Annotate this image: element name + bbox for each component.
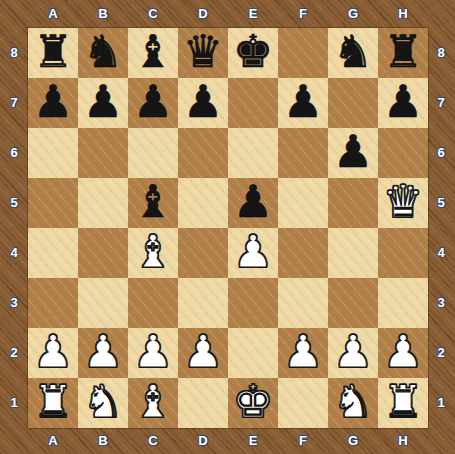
square-a5[interactable] (28, 178, 78, 228)
file-label-g-bottom: G (328, 430, 378, 452)
square-h1[interactable]: ♜ (378, 378, 428, 428)
piece-white-rook: ♜ (383, 379, 423, 424)
square-f1[interactable] (278, 378, 328, 428)
square-a1[interactable]: ♜ (28, 378, 78, 428)
square-d1[interactable] (178, 378, 228, 428)
piece-black-pawn: ♟ (33, 79, 73, 124)
square-b8[interactable]: ♞ (78, 28, 128, 78)
piece-black-pawn: ♟ (133, 79, 173, 124)
rank-label-4-left: 4 (0, 228, 28, 278)
piece-black-king: ♚ (233, 29, 273, 74)
file-label-a-bottom: A (28, 430, 78, 452)
square-h4[interactable] (378, 228, 428, 278)
square-f8[interactable] (278, 28, 328, 78)
rank-label-8-right: 8 (427, 28, 455, 78)
square-d7[interactable]: ♟ (178, 78, 228, 128)
piece-black-rook: ♜ (33, 29, 73, 74)
file-label-b-top: B (78, 3, 128, 25)
square-e4[interactable]: ♟ (228, 228, 278, 278)
square-c2[interactable]: ♟ (128, 328, 178, 378)
square-g5[interactable] (328, 178, 378, 228)
rank-label-2-right: 2 (427, 328, 455, 378)
piece-white-queen: ♛ (383, 179, 423, 224)
rank-label-3-left: 3 (0, 278, 28, 328)
piece-white-pawn: ♟ (233, 229, 273, 274)
board-frame: ♜♞♝♛♚♞♜♟♟♟♟♟♟♟♝♟♛♝♟♟♟♟♟♟♟♟♜♞♝♚♞♜ AABBCCD… (0, 0, 455, 454)
rank-label-7-left: 7 (0, 78, 28, 128)
square-a6[interactable] (28, 128, 78, 178)
square-e5[interactable]: ♟ (228, 178, 278, 228)
piece-white-knight: ♞ (83, 379, 123, 424)
file-label-d-top: D (178, 3, 228, 25)
piece-black-bishop: ♝ (133, 179, 173, 224)
square-d5[interactable] (178, 178, 228, 228)
square-e6[interactable] (228, 128, 278, 178)
piece-white-bishop: ♝ (133, 229, 173, 274)
square-d6[interactable] (178, 128, 228, 178)
square-h8[interactable]: ♜ (378, 28, 428, 78)
square-h5[interactable]: ♛ (378, 178, 428, 228)
square-c3[interactable] (128, 278, 178, 328)
square-g6[interactable]: ♟ (328, 128, 378, 178)
piece-white-pawn: ♟ (383, 329, 423, 374)
piece-black-pawn: ♟ (233, 179, 273, 224)
rank-label-1-right: 1 (427, 378, 455, 428)
piece-white-pawn: ♟ (283, 329, 323, 374)
piece-black-pawn: ♟ (83, 79, 123, 124)
square-e1[interactable]: ♚ (228, 378, 278, 428)
piece-white-pawn: ♟ (183, 329, 223, 374)
square-h7[interactable]: ♟ (378, 78, 428, 128)
square-a8[interactable]: ♜ (28, 28, 78, 78)
rank-label-6-left: 6 (0, 128, 28, 178)
square-b1[interactable]: ♞ (78, 378, 128, 428)
piece-black-bishop: ♝ (133, 29, 173, 74)
square-a4[interactable] (28, 228, 78, 278)
file-label-h-bottom: H (378, 430, 428, 452)
piece-black-queen: ♛ (183, 29, 223, 74)
square-g1[interactable]: ♞ (328, 378, 378, 428)
piece-black-pawn: ♟ (283, 79, 323, 124)
square-e2[interactable] (228, 328, 278, 378)
piece-black-knight: ♞ (333, 29, 373, 74)
square-b7[interactable]: ♟ (78, 78, 128, 128)
chess-board: ♜♞♝♛♚♞♜♟♟♟♟♟♟♟♝♟♛♝♟♟♟♟♟♟♟♟♜♞♝♚♞♜ (28, 28, 428, 428)
rank-label-3-right: 3 (427, 278, 455, 328)
square-b6[interactable] (78, 128, 128, 178)
square-b2[interactable]: ♟ (78, 328, 128, 378)
square-d3[interactable] (178, 278, 228, 328)
piece-black-knight: ♞ (83, 29, 123, 74)
piece-white-pawn: ♟ (133, 329, 173, 374)
piece-white-rook: ♜ (33, 379, 73, 424)
rank-label-2-left: 2 (0, 328, 28, 378)
square-h6[interactable] (378, 128, 428, 178)
piece-white-king: ♚ (233, 379, 273, 424)
file-label-c-top: C (128, 3, 178, 25)
square-f6[interactable] (278, 128, 328, 178)
square-g4[interactable] (328, 228, 378, 278)
square-e7[interactable] (228, 78, 278, 128)
square-c7[interactable]: ♟ (128, 78, 178, 128)
square-c4[interactable]: ♝ (128, 228, 178, 278)
rank-label-5-right: 5 (427, 178, 455, 228)
piece-white-pawn: ♟ (333, 329, 373, 374)
square-a7[interactable]: ♟ (28, 78, 78, 128)
file-label-e-top: E (228, 3, 278, 25)
rank-label-1-left: 1 (0, 378, 28, 428)
square-f4[interactable] (278, 228, 328, 278)
file-label-d-bottom: D (178, 430, 228, 452)
square-g7[interactable] (328, 78, 378, 128)
file-label-e-bottom: E (228, 430, 278, 452)
square-h3[interactable] (378, 278, 428, 328)
piece-white-pawn: ♟ (83, 329, 123, 374)
square-b4[interactable] (78, 228, 128, 278)
square-b3[interactable] (78, 278, 128, 328)
square-g3[interactable] (328, 278, 378, 328)
piece-white-pawn: ♟ (33, 329, 73, 374)
square-h2[interactable]: ♟ (378, 328, 428, 378)
file-label-h-top: H (378, 3, 428, 25)
square-c8[interactable]: ♝ (128, 28, 178, 78)
file-label-g-top: G (328, 3, 378, 25)
piece-black-pawn: ♟ (183, 79, 223, 124)
rank-label-5-left: 5 (0, 178, 28, 228)
square-d8[interactable]: ♛ (178, 28, 228, 78)
file-label-a-top: A (28, 3, 78, 25)
square-f7[interactable]: ♟ (278, 78, 328, 128)
file-label-b-bottom: B (78, 430, 128, 452)
square-f5[interactable] (278, 178, 328, 228)
rank-label-4-right: 4 (427, 228, 455, 278)
square-a3[interactable] (28, 278, 78, 328)
square-b5[interactable] (78, 178, 128, 228)
file-label-f-top: F (278, 3, 328, 25)
square-c5[interactable]: ♝ (128, 178, 178, 228)
piece-white-bishop: ♝ (133, 379, 173, 424)
square-f2[interactable]: ♟ (278, 328, 328, 378)
square-a2[interactable]: ♟ (28, 328, 78, 378)
square-d4[interactable] (178, 228, 228, 278)
piece-black-pawn: ♟ (333, 129, 373, 174)
rank-label-8-left: 8 (0, 28, 28, 78)
square-c1[interactable]: ♝ (128, 378, 178, 428)
rank-label-7-right: 7 (427, 78, 455, 128)
square-e3[interactable] (228, 278, 278, 328)
square-e8[interactable]: ♚ (228, 28, 278, 78)
rank-label-6-right: 6 (427, 128, 455, 178)
piece-black-rook: ♜ (383, 29, 423, 74)
square-g8[interactable]: ♞ (328, 28, 378, 78)
square-f3[interactable] (278, 278, 328, 328)
file-label-f-bottom: F (278, 430, 328, 452)
file-label-c-bottom: C (128, 430, 178, 452)
square-d2[interactable]: ♟ (178, 328, 228, 378)
square-g2[interactable]: ♟ (328, 328, 378, 378)
piece-white-knight: ♞ (333, 379, 373, 424)
piece-black-pawn: ♟ (383, 79, 423, 124)
square-c6[interactable] (128, 128, 178, 178)
